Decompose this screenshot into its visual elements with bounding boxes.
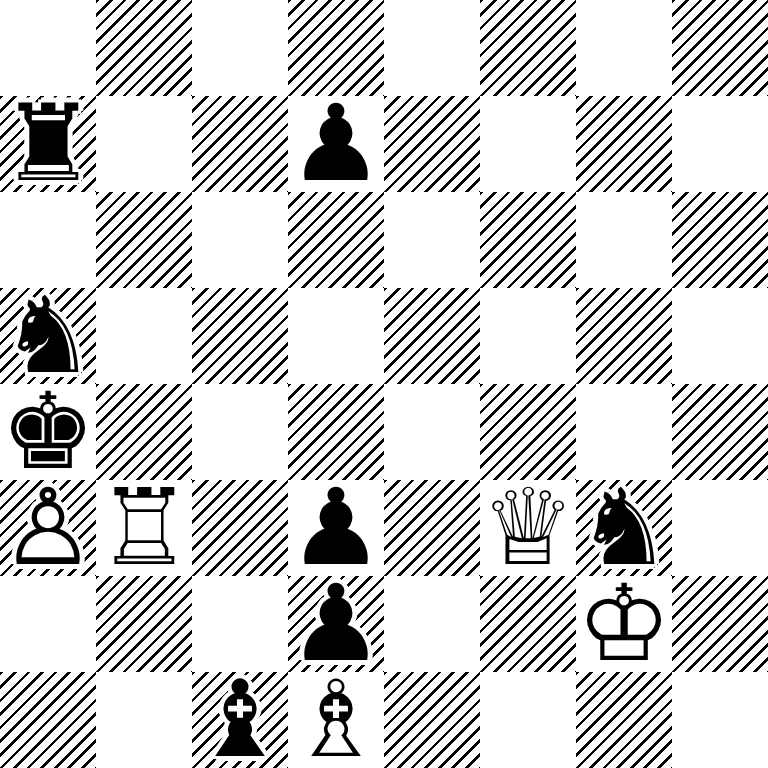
square-f3[interactable]: ♛♕ xyxy=(480,480,576,576)
chess-board: ♜♜♟♟♞♞♚♚♟♙♜♖♟♟♛♕♞♞♟♟♚♔♝♝♝♗ xyxy=(0,0,768,768)
square-g8[interactable] xyxy=(576,0,672,96)
square-d7[interactable]: ♟♟ xyxy=(288,96,384,192)
square-h1[interactable] xyxy=(672,672,768,768)
square-f6[interactable] xyxy=(480,192,576,288)
square-f1[interactable] xyxy=(480,672,576,768)
white-rook[interactable]: ♖ xyxy=(96,480,192,576)
black-rook[interactable]: ♜ xyxy=(0,96,96,192)
square-d6[interactable] xyxy=(288,192,384,288)
square-e6[interactable] xyxy=(384,192,480,288)
square-a3[interactable]: ♟♙ xyxy=(0,480,96,576)
square-e1[interactable] xyxy=(384,672,480,768)
square-f5[interactable] xyxy=(480,288,576,384)
square-g7[interactable] xyxy=(576,96,672,192)
square-h5[interactable] xyxy=(672,288,768,384)
square-b7[interactable] xyxy=(96,96,192,192)
white-pawn[interactable]: ♙ xyxy=(0,480,96,576)
square-e4[interactable] xyxy=(384,384,480,480)
square-b8[interactable] xyxy=(96,0,192,96)
square-b6[interactable] xyxy=(96,192,192,288)
square-c7[interactable] xyxy=(192,96,288,192)
square-b2[interactable] xyxy=(96,576,192,672)
square-f8[interactable] xyxy=(480,0,576,96)
square-b1[interactable] xyxy=(96,672,192,768)
square-h2[interactable] xyxy=(672,576,768,672)
square-f7[interactable] xyxy=(480,96,576,192)
square-b3[interactable]: ♜♖ xyxy=(96,480,192,576)
square-c5[interactable] xyxy=(192,288,288,384)
black-pawn[interactable]: ♟ xyxy=(288,96,384,192)
square-e5[interactable] xyxy=(384,288,480,384)
square-a1[interactable] xyxy=(0,672,96,768)
square-b5[interactable] xyxy=(96,288,192,384)
square-e3[interactable] xyxy=(384,480,480,576)
square-c6[interactable] xyxy=(192,192,288,288)
square-g5[interactable] xyxy=(576,288,672,384)
white-bishop[interactable]: ♗ xyxy=(288,672,384,768)
square-g2[interactable]: ♚♔ xyxy=(576,576,672,672)
square-g1[interactable] xyxy=(576,672,672,768)
white-king[interactable]: ♔ xyxy=(576,576,672,672)
square-c8[interactable] xyxy=(192,0,288,96)
square-h4[interactable] xyxy=(672,384,768,480)
square-c1[interactable]: ♝♝ xyxy=(192,672,288,768)
square-f2[interactable] xyxy=(480,576,576,672)
square-a7[interactable]: ♜♜ xyxy=(0,96,96,192)
square-c3[interactable] xyxy=(192,480,288,576)
square-h7[interactable] xyxy=(672,96,768,192)
square-e2[interactable] xyxy=(384,576,480,672)
square-g6[interactable] xyxy=(576,192,672,288)
square-h6[interactable] xyxy=(672,192,768,288)
square-h3[interactable] xyxy=(672,480,768,576)
black-bishop[interactable]: ♝ xyxy=(192,672,288,768)
square-d1[interactable]: ♝♗ xyxy=(288,672,384,768)
square-c4[interactable] xyxy=(192,384,288,480)
square-h8[interactable] xyxy=(672,0,768,96)
square-d5[interactable] xyxy=(288,288,384,384)
square-a2[interactable] xyxy=(0,576,96,672)
square-e7[interactable] xyxy=(384,96,480,192)
white-queen[interactable]: ♕ xyxy=(480,480,576,576)
square-e8[interactable] xyxy=(384,0,480,96)
